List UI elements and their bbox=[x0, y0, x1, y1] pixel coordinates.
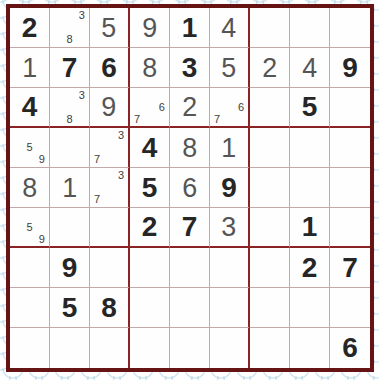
cell-r3c3[interactable]: 9 bbox=[90, 88, 130, 128]
cell-r9c8[interactable] bbox=[290, 328, 330, 368]
pencil-mark-6 bbox=[36, 221, 48, 233]
pencil-mark-5 bbox=[103, 141, 115, 153]
cell-r4c2[interactable] bbox=[50, 128, 90, 168]
given-digit: 2 bbox=[142, 213, 158, 241]
pencil-mark-7 bbox=[51, 113, 63, 125]
given-digit: 4 bbox=[142, 134, 158, 162]
solved-digit: 6 bbox=[182, 174, 197, 202]
solved-digit: 8 bbox=[22, 174, 37, 202]
cell-r5c6[interactable]: 9 bbox=[210, 168, 250, 208]
cell-r2c2[interactable]: 7 bbox=[50, 48, 90, 88]
cell-r6c4[interactable]: 2 bbox=[130, 208, 170, 248]
solved-digit: 5 bbox=[222, 54, 237, 82]
pencil-marks: 37 bbox=[91, 169, 127, 206]
solved-digit: 4 bbox=[302, 54, 317, 82]
cell-r7c9[interactable]: 7 bbox=[330, 248, 370, 288]
cell-r9c6[interactable] bbox=[210, 328, 250, 368]
cell-r4c7[interactable] bbox=[250, 128, 290, 168]
pencil-mark-2 bbox=[103, 129, 115, 141]
cell-r2c5[interactable]: 3 bbox=[170, 48, 210, 88]
cell-r9c5[interactable] bbox=[170, 328, 210, 368]
cell-r3c1[interactable]: 4 bbox=[10, 88, 50, 128]
pencil-mark-2 bbox=[143, 89, 155, 101]
cell-r5c7[interactable] bbox=[250, 168, 290, 208]
pencil-mark-5 bbox=[63, 101, 75, 113]
given-digit: 9 bbox=[221, 174, 237, 202]
pencil-mark-1 bbox=[11, 209, 23, 221]
given-digit: 6 bbox=[101, 54, 117, 82]
pencil-mark-5 bbox=[63, 21, 75, 33]
pencil-mark-1 bbox=[91, 169, 103, 181]
pencil-mark-3: 3 bbox=[115, 129, 127, 141]
cell-r7c3[interactable] bbox=[90, 248, 130, 288]
pencil-mark-3: 3 bbox=[76, 89, 88, 101]
pencil-mark-6 bbox=[36, 141, 48, 153]
cell-r8c6[interactable] bbox=[210, 288, 250, 328]
pencil-mark-5 bbox=[223, 101, 235, 113]
pencil-marks: 38 bbox=[51, 89, 88, 125]
solved-digit: 9 bbox=[102, 93, 117, 121]
pencil-mark-9 bbox=[115, 194, 127, 206]
cell-r4c8[interactable] bbox=[290, 128, 330, 168]
given-digit: 1 bbox=[182, 14, 198, 42]
pencil-mark-7: 7 bbox=[91, 154, 103, 166]
pencil-marks: 37 bbox=[91, 129, 127, 166]
pencil-mark-1 bbox=[91, 129, 103, 141]
pencil-mark-8 bbox=[143, 113, 155, 125]
cell-r8c1[interactable] bbox=[10, 288, 50, 328]
given-digit: 9 bbox=[342, 54, 358, 82]
pencil-mark-9: 9 bbox=[36, 154, 48, 166]
cell-r1c7[interactable] bbox=[250, 8, 290, 48]
solved-digit: 2 bbox=[262, 54, 277, 82]
cell-r9c1[interactable] bbox=[10, 328, 50, 368]
pencil-mark-1 bbox=[211, 89, 223, 101]
page-background: 2385914176835249438967267559374818137569… bbox=[0, 0, 379, 380]
pencil-mark-7 bbox=[51, 34, 63, 46]
cell-r8c3[interactable]: 8 bbox=[90, 288, 130, 328]
cell-r3c4[interactable]: 67 bbox=[130, 88, 170, 128]
cell-r6c6[interactable]: 3 bbox=[210, 208, 250, 248]
pencil-mark-9 bbox=[76, 113, 88, 125]
cell-r3c7[interactable] bbox=[250, 88, 290, 128]
cell-r8c4[interactable] bbox=[130, 288, 170, 328]
pencil-marks: 67 bbox=[211, 89, 247, 125]
cell-r1c1[interactable]: 2 bbox=[10, 8, 50, 48]
cell-r6c2[interactable] bbox=[50, 208, 90, 248]
cell-r7c5[interactable] bbox=[170, 248, 210, 288]
pencil-marks: 67 bbox=[131, 89, 168, 125]
cell-r8c7[interactable] bbox=[250, 288, 290, 328]
pencil-marks: 59 bbox=[11, 209, 48, 245]
pencil-mark-6 bbox=[115, 181, 127, 193]
cell-r4c6[interactable]: 1 bbox=[210, 128, 250, 168]
cell-r3c2[interactable]: 38 bbox=[50, 88, 90, 128]
cell-r6c5[interactable]: 7 bbox=[170, 208, 210, 248]
pencil-mark-6 bbox=[76, 21, 88, 33]
pencil-mark-9 bbox=[115, 154, 127, 166]
pencil-mark-4 bbox=[11, 221, 23, 233]
cell-r4c5[interactable]: 8 bbox=[170, 128, 210, 168]
solved-digit: 4 bbox=[222, 14, 237, 42]
cell-r6c3[interactable] bbox=[90, 208, 130, 248]
cell-r2c4[interactable]: 8 bbox=[130, 48, 170, 88]
cell-r3c6[interactable]: 67 bbox=[210, 88, 250, 128]
cell-r8c9[interactable] bbox=[330, 288, 370, 328]
cell-r2c7[interactable]: 2 bbox=[250, 48, 290, 88]
cell-r1c2[interactable]: 38 bbox=[50, 8, 90, 48]
cell-r4c3[interactable]: 37 bbox=[90, 128, 130, 168]
solved-digit: 1 bbox=[62, 174, 77, 202]
given-digit: 2 bbox=[22, 14, 38, 42]
pencil-mark-3 bbox=[36, 129, 48, 141]
pencil-mark-6 bbox=[76, 101, 88, 113]
pencil-mark-6 bbox=[115, 141, 127, 153]
pencil-mark-8: 8 bbox=[63, 113, 75, 125]
solved-digit: 1 bbox=[22, 54, 37, 82]
pencil-mark-3 bbox=[235, 89, 247, 101]
cell-r8c5[interactable] bbox=[170, 288, 210, 328]
solved-digit: 2 bbox=[182, 93, 197, 121]
cell-r1c6[interactable]: 4 bbox=[210, 8, 250, 48]
cell-r4c4[interactable]: 4 bbox=[130, 128, 170, 168]
pencil-mark-7 bbox=[11, 154, 23, 166]
pencil-mark-9 bbox=[235, 113, 247, 125]
pencil-mark-9: 9 bbox=[36, 233, 48, 245]
cell-r6c8[interactable]: 1 bbox=[290, 208, 330, 248]
given-digit: 3 bbox=[182, 54, 198, 82]
pencil-mark-1 bbox=[51, 89, 63, 101]
pencil-mark-3: 3 bbox=[76, 9, 88, 21]
cell-r6c9[interactable] bbox=[330, 208, 370, 248]
cell-r5c2[interactable]: 1 bbox=[50, 168, 90, 208]
pencil-mark-5 bbox=[143, 101, 155, 113]
pencil-mark-6: 6 bbox=[156, 101, 168, 113]
solved-digit: 9 bbox=[142, 14, 157, 42]
cell-r1c5[interactable]: 1 bbox=[170, 8, 210, 48]
pencil-mark-7 bbox=[11, 233, 23, 245]
given-digit: 5 bbox=[62, 294, 78, 322]
pencil-mark-3 bbox=[156, 89, 168, 101]
cell-r7c7[interactable] bbox=[250, 248, 290, 288]
pencil-mark-5: 5 bbox=[23, 221, 35, 233]
cell-r4c9[interactable] bbox=[330, 128, 370, 168]
solved-digit: 8 bbox=[182, 134, 197, 162]
cell-r3c5[interactable]: 2 bbox=[170, 88, 210, 128]
pencil-mark-2 bbox=[23, 209, 35, 221]
pencil-mark-1 bbox=[11, 129, 23, 141]
given-digit: 7 bbox=[342, 254, 358, 282]
pencil-mark-8 bbox=[23, 154, 35, 166]
pencil-mark-8: 8 bbox=[63, 34, 75, 46]
cell-r4c1[interactable]: 59 bbox=[10, 128, 50, 168]
pencil-mark-8 bbox=[103, 154, 115, 166]
cell-r5c1[interactable]: 8 bbox=[10, 168, 50, 208]
pencil-mark-5: 5 bbox=[23, 141, 35, 153]
solved-digit: 5 bbox=[102, 14, 117, 42]
pencil-mark-3 bbox=[36, 209, 48, 221]
given-digit: 1 bbox=[302, 213, 318, 241]
pencil-mark-4 bbox=[51, 101, 63, 113]
cell-r8c2[interactable]: 5 bbox=[50, 288, 90, 328]
cell-r7c8[interactable]: 2 bbox=[290, 248, 330, 288]
pencil-mark-7: 7 bbox=[211, 113, 223, 125]
cell-r3c8[interactable]: 5 bbox=[290, 88, 330, 128]
cell-r2c1[interactable]: 1 bbox=[10, 48, 50, 88]
cell-r5c5[interactable]: 6 bbox=[170, 168, 210, 208]
pencil-mark-4 bbox=[11, 141, 23, 153]
pencil-mark-1 bbox=[131, 89, 143, 101]
cell-r7c1[interactable] bbox=[10, 248, 50, 288]
solved-digit: 1 bbox=[222, 134, 237, 162]
given-digit: 5 bbox=[302, 93, 318, 121]
cell-r5c3[interactable]: 37 bbox=[90, 168, 130, 208]
pencil-mark-8 bbox=[223, 113, 235, 125]
pencil-mark-2 bbox=[23, 129, 35, 141]
pencil-mark-2 bbox=[223, 89, 235, 101]
cell-r1c8[interactable] bbox=[290, 8, 330, 48]
pencil-mark-7: 7 bbox=[91, 194, 103, 206]
pencil-mark-3: 3 bbox=[115, 169, 127, 181]
given-digit: 4 bbox=[22, 93, 38, 121]
given-digit: 9 bbox=[62, 254, 78, 282]
cell-r1c4[interactable]: 9 bbox=[130, 8, 170, 48]
given-digit: 8 bbox=[101, 294, 117, 322]
pencil-mark-2 bbox=[63, 9, 75, 21]
cell-r2c9[interactable]: 9 bbox=[330, 48, 370, 88]
cell-r9c2[interactable] bbox=[50, 328, 90, 368]
solved-digit: 8 bbox=[142, 54, 157, 82]
pencil-marks: 38 bbox=[51, 9, 88, 46]
pencil-mark-2 bbox=[63, 89, 75, 101]
cell-r8c8[interactable] bbox=[290, 288, 330, 328]
given-digit: 7 bbox=[182, 213, 198, 241]
cell-r5c4[interactable]: 5 bbox=[130, 168, 170, 208]
pencil-mark-8 bbox=[23, 233, 35, 245]
pencil-mark-8 bbox=[103, 194, 115, 206]
pencil-mark-9 bbox=[76, 34, 88, 46]
cell-r7c6[interactable] bbox=[210, 248, 250, 288]
cell-r5c9[interactable] bbox=[330, 168, 370, 208]
cell-r1c9[interactable] bbox=[330, 8, 370, 48]
cell-r2c6[interactable]: 5 bbox=[210, 48, 250, 88]
sudoku-board: 2385914176835249438967267559374818137569… bbox=[6, 4, 374, 372]
given-digit: 7 bbox=[62, 54, 78, 82]
cell-r2c8[interactable]: 4 bbox=[290, 48, 330, 88]
pencil-mark-9 bbox=[156, 113, 168, 125]
pencil-mark-1 bbox=[51, 9, 63, 21]
cell-r7c2[interactable]: 9 bbox=[50, 248, 90, 288]
cell-r6c1[interactable]: 59 bbox=[10, 208, 50, 248]
pencil-mark-7: 7 bbox=[131, 113, 143, 125]
pencil-mark-6: 6 bbox=[235, 101, 247, 113]
cell-r9c7[interactable] bbox=[250, 328, 290, 368]
pencil-mark-4 bbox=[91, 181, 103, 193]
cell-r9c9[interactable]: 6 bbox=[330, 328, 370, 368]
pencil-mark-5 bbox=[103, 181, 115, 193]
cell-r9c3[interactable] bbox=[90, 328, 130, 368]
cell-r6c7[interactable] bbox=[250, 208, 290, 248]
given-digit: 6 bbox=[342, 334, 358, 362]
pencil-mark-4 bbox=[51, 21, 63, 33]
pencil-mark-4 bbox=[211, 101, 223, 113]
cell-r9c4[interactable] bbox=[130, 328, 170, 368]
given-digit: 5 bbox=[142, 174, 158, 202]
cell-r5c8[interactable] bbox=[290, 168, 330, 208]
pencil-mark-4 bbox=[131, 101, 143, 113]
pencil-mark-2 bbox=[103, 169, 115, 181]
cell-r7c4[interactable] bbox=[130, 248, 170, 288]
pencil-marks: 59 bbox=[11, 129, 48, 166]
pencil-mark-4 bbox=[91, 141, 103, 153]
cell-r3c9[interactable] bbox=[330, 88, 370, 128]
cell-r2c3[interactable]: 6 bbox=[90, 48, 130, 88]
cell-r1c3[interactable]: 5 bbox=[90, 8, 130, 48]
solved-digit: 3 bbox=[222, 213, 237, 241]
given-digit: 2 bbox=[302, 254, 318, 282]
